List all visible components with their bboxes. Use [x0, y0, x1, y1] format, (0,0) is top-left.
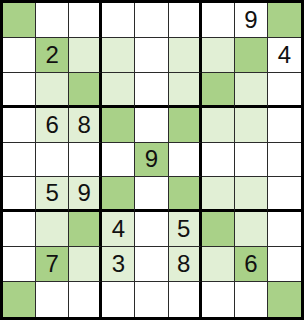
cell-r3c5[interactable]: [169, 108, 202, 143]
cell-r6c8[interactable]: [268, 212, 301, 247]
cell-r2c7[interactable]: [235, 73, 268, 108]
cell-r1c8-given[interactable]: 4: [268, 38, 301, 73]
cell-r5c4[interactable]: [135, 177, 168, 212]
cell-r3c0[interactable]: [3, 108, 36, 143]
cell-r8c6[interactable]: [202, 282, 235, 317]
cell-r4c1[interactable]: [36, 143, 69, 178]
cell-r0c1[interactable]: [36, 3, 69, 38]
cell-r8c8[interactable]: [268, 282, 301, 317]
cell-r4c0[interactable]: [3, 143, 36, 178]
cell-r2c2[interactable]: [69, 73, 102, 108]
cell-r0c3[interactable]: [102, 3, 135, 38]
cell-r1c2[interactable]: [69, 38, 102, 73]
cell-r4c2[interactable]: [69, 143, 102, 178]
cell-r4c3[interactable]: [102, 143, 135, 178]
cell-r4c5[interactable]: [169, 143, 202, 178]
cell-r2c3[interactable]: [102, 73, 135, 108]
cell-r7c4[interactable]: [135, 247, 168, 282]
cell-r3c3[interactable]: [102, 108, 135, 143]
cell-r2c6[interactable]: [202, 73, 235, 108]
cell-r7c8[interactable]: [268, 247, 301, 282]
cell-r1c6[interactable]: [202, 38, 235, 73]
cell-r7c5-given[interactable]: 8: [169, 247, 202, 282]
cell-r1c1-given[interactable]: 2: [36, 38, 69, 73]
cell-r8c3[interactable]: [102, 282, 135, 317]
cell-r2c0[interactable]: [3, 73, 36, 108]
cell-r5c0[interactable]: [3, 177, 36, 212]
cell-r2c5[interactable]: [169, 73, 202, 108]
cell-r6c1[interactable]: [36, 212, 69, 247]
cell-r6c2[interactable]: [69, 212, 102, 247]
cell-r5c7[interactable]: [235, 177, 268, 212]
cell-r1c5[interactable]: [169, 38, 202, 73]
cell-r8c7[interactable]: [235, 282, 268, 317]
cell-r0c2[interactable]: [69, 3, 102, 38]
cell-r1c7[interactable]: [235, 38, 268, 73]
cell-r6c7[interactable]: [235, 212, 268, 247]
cell-r8c5[interactable]: [169, 282, 202, 317]
cell-r0c7-given[interactable]: 9: [235, 3, 268, 38]
cell-r5c5[interactable]: [169, 177, 202, 212]
cell-r6c5-given[interactable]: 5: [169, 212, 202, 247]
cell-r5c6[interactable]: [202, 177, 235, 212]
sudoku-board: 92468959457386: [0, 0, 304, 320]
cell-r7c6[interactable]: [202, 247, 235, 282]
cell-r7c0[interactable]: [3, 247, 36, 282]
cell-r5c3[interactable]: [102, 177, 135, 212]
cell-r5c8[interactable]: [268, 177, 301, 212]
cell-r8c0[interactable]: [3, 282, 36, 317]
cell-r8c2[interactable]: [69, 282, 102, 317]
cell-r8c1[interactable]: [36, 282, 69, 317]
cell-r1c3[interactable]: [102, 38, 135, 73]
cell-r2c4[interactable]: [135, 73, 168, 108]
cell-r3c8[interactable]: [268, 108, 301, 143]
cell-r2c1[interactable]: [36, 73, 69, 108]
cell-r4c4-given[interactable]: 9: [135, 143, 168, 178]
cell-r4c7[interactable]: [235, 143, 268, 178]
cell-r4c8[interactable]: [268, 143, 301, 178]
cell-r6c3-given[interactable]: 4: [102, 212, 135, 247]
cell-r3c7[interactable]: [235, 108, 268, 143]
cell-r5c1-given[interactable]: 5: [36, 177, 69, 212]
cell-r1c0[interactable]: [3, 38, 36, 73]
cell-r0c5[interactable]: [169, 3, 202, 38]
cell-r0c8[interactable]: [268, 3, 301, 38]
cell-r0c0[interactable]: [3, 3, 36, 38]
cell-r7c2[interactable]: [69, 247, 102, 282]
cell-r7c1-given[interactable]: 7: [36, 247, 69, 282]
cell-r8c4[interactable]: [135, 282, 168, 317]
cell-r5c2-given[interactable]: 9: [69, 177, 102, 212]
cell-r3c6[interactable]: [202, 108, 235, 143]
cell-r3c1-given[interactable]: 6: [36, 108, 69, 143]
cell-r1c4[interactable]: [135, 38, 168, 73]
cell-r3c4[interactable]: [135, 108, 168, 143]
cell-r2c8[interactable]: [268, 73, 301, 108]
cell-r6c6[interactable]: [202, 212, 235, 247]
cell-r7c7-given[interactable]: 6: [235, 247, 268, 282]
cell-r3c2-given[interactable]: 8: [69, 108, 102, 143]
cell-r0c4[interactable]: [135, 3, 168, 38]
cell-r7c3-given[interactable]: 3: [102, 247, 135, 282]
cell-r6c0[interactable]: [3, 212, 36, 247]
cell-r4c6[interactable]: [202, 143, 235, 178]
cell-r0c6[interactable]: [202, 3, 235, 38]
cell-r6c4[interactable]: [135, 212, 168, 247]
